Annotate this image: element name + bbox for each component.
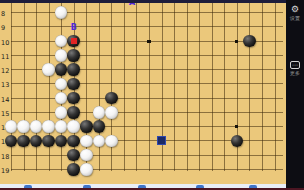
settings-label: 设置 <box>290 15 300 21</box>
row-label: 15 <box>1 111 9 118</box>
white-stone <box>42 63 55 76</box>
black-stone <box>67 163 80 176</box>
white-stone <box>17 120 30 133</box>
black-stone <box>17 135 30 148</box>
variation-label-b[interactable]: B <box>71 24 77 32</box>
row-label: 11 <box>1 54 9 61</box>
white-stone <box>80 163 93 176</box>
more-icon[interactable]: ⋯ <box>290 61 300 69</box>
black-stone <box>67 63 80 76</box>
row-label: 10 <box>1 40 9 47</box>
app-screen: 78910111213141516171819AB ⚙ 设置 ⋯ 更多 <box>0 0 304 190</box>
top-status-bar <box>0 0 304 3</box>
white-stone <box>55 49 68 62</box>
white-stone <box>55 106 68 119</box>
more-label: 更多 <box>290 70 300 76</box>
star-point <box>235 40 238 43</box>
row-label: 18 <box>1 154 9 161</box>
video-progress-bar[interactable] <box>0 188 304 190</box>
right-sidebar: ⚙ 设置 ⋯ 更多 <box>286 0 304 188</box>
gear-icon[interactable]: ⚙ <box>291 4 299 14</box>
row-label: 13 <box>1 82 9 89</box>
row-label: 8 <box>1 11 5 18</box>
white-stone <box>42 120 55 133</box>
blue-square-marker <box>157 136 166 145</box>
black-stone <box>80 120 93 133</box>
white-stone <box>80 135 93 148</box>
go-board[interactable]: 78910111213141516171819AB <box>0 0 286 184</box>
row-label: 9 <box>1 25 5 32</box>
black-stone <box>67 49 80 62</box>
row-label: 14 <box>1 97 9 104</box>
white-stone <box>105 106 118 119</box>
star-point <box>147 40 150 43</box>
black-stone <box>243 35 256 48</box>
white-stone <box>67 120 80 133</box>
current-move-marker <box>71 38 77 44</box>
black-stone <box>67 106 80 119</box>
star-point <box>235 125 238 128</box>
black-stone <box>105 92 118 105</box>
black-stone <box>93 120 106 133</box>
white-stone <box>80 149 93 162</box>
black-stone <box>42 135 55 148</box>
row-label: 19 <box>1 168 9 175</box>
row-label: 12 <box>1 68 9 75</box>
white-stone <box>93 106 106 119</box>
white-stone <box>105 135 118 148</box>
